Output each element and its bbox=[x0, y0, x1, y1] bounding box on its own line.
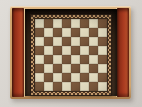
square-h5[interactable] bbox=[98, 46, 107, 55]
square-g3[interactable] bbox=[89, 64, 98, 73]
square-a5[interactable] bbox=[35, 46, 44, 55]
square-e7[interactable] bbox=[71, 28, 80, 37]
square-g1[interactable] bbox=[89, 82, 98, 91]
square-e3[interactable] bbox=[71, 64, 80, 73]
square-f2[interactable] bbox=[80, 73, 89, 82]
square-c3[interactable] bbox=[53, 64, 62, 73]
square-f3[interactable] bbox=[80, 64, 89, 73]
square-b7[interactable] bbox=[44, 28, 53, 37]
photo-wall-background bbox=[0, 0, 142, 107]
square-f7[interactable] bbox=[80, 28, 89, 37]
square-f4[interactable] bbox=[80, 55, 89, 64]
square-c5[interactable] bbox=[53, 46, 62, 55]
square-g4[interactable] bbox=[89, 55, 98, 64]
square-a3[interactable] bbox=[35, 64, 44, 73]
square-b8[interactable] bbox=[44, 19, 53, 28]
square-c1[interactable] bbox=[53, 82, 62, 91]
square-d7[interactable] bbox=[62, 28, 71, 37]
square-a7[interactable] bbox=[35, 28, 44, 37]
square-d2[interactable] bbox=[62, 73, 71, 82]
square-d6[interactable] bbox=[62, 37, 71, 46]
square-b6[interactable] bbox=[44, 37, 53, 46]
square-d1[interactable] bbox=[62, 82, 71, 91]
square-b4[interactable] bbox=[44, 55, 53, 64]
square-h7[interactable] bbox=[98, 28, 107, 37]
square-b5[interactable] bbox=[44, 46, 53, 55]
square-g8[interactable] bbox=[89, 19, 98, 28]
square-c4[interactable] bbox=[53, 55, 62, 64]
square-e8[interactable] bbox=[71, 19, 80, 28]
square-f5[interactable] bbox=[80, 46, 89, 55]
square-a6[interactable] bbox=[35, 37, 44, 46]
square-f1[interactable] bbox=[80, 82, 89, 91]
square-g5[interactable] bbox=[89, 46, 98, 55]
square-h3[interactable] bbox=[98, 64, 107, 73]
square-h4[interactable] bbox=[98, 55, 107, 64]
square-g6[interactable] bbox=[89, 37, 98, 46]
square-g2[interactable] bbox=[89, 73, 98, 82]
square-d5[interactable] bbox=[62, 46, 71, 55]
square-c2[interactable] bbox=[53, 73, 62, 82]
square-b2[interactable] bbox=[44, 73, 53, 82]
square-d4[interactable] bbox=[62, 55, 71, 64]
square-h8[interactable] bbox=[98, 19, 107, 28]
square-b3[interactable] bbox=[44, 64, 53, 73]
board-recess-tray bbox=[25, 9, 117, 96]
square-f8[interactable] bbox=[80, 19, 89, 28]
square-e5[interactable] bbox=[71, 46, 80, 55]
square-e2[interactable] bbox=[71, 73, 80, 82]
square-a2[interactable] bbox=[35, 73, 44, 82]
square-h2[interactable] bbox=[98, 73, 107, 82]
square-e1[interactable] bbox=[71, 82, 80, 91]
chessboard-wood-frame bbox=[10, 6, 131, 99]
square-h6[interactable] bbox=[98, 37, 107, 46]
square-a4[interactable] bbox=[35, 55, 44, 64]
chess-board-grid[interactable] bbox=[34, 18, 108, 92]
square-e6[interactable] bbox=[71, 37, 80, 46]
square-b1[interactable] bbox=[44, 82, 53, 91]
square-a1[interactable] bbox=[35, 82, 44, 91]
square-c8[interactable] bbox=[53, 19, 62, 28]
square-d8[interactable] bbox=[62, 19, 71, 28]
square-c6[interactable] bbox=[53, 37, 62, 46]
marquetry-trim-border bbox=[30, 14, 112, 96]
red-inlay-strip-right bbox=[117, 8, 129, 97]
square-a8[interactable] bbox=[35, 19, 44, 28]
square-h1[interactable] bbox=[98, 82, 107, 91]
square-d3[interactable] bbox=[62, 64, 71, 73]
square-g7[interactable] bbox=[89, 28, 98, 37]
red-inlay-strip-left bbox=[12, 8, 24, 97]
square-e4[interactable] bbox=[71, 55, 80, 64]
square-f6[interactable] bbox=[80, 37, 89, 46]
square-c7[interactable] bbox=[53, 28, 62, 37]
